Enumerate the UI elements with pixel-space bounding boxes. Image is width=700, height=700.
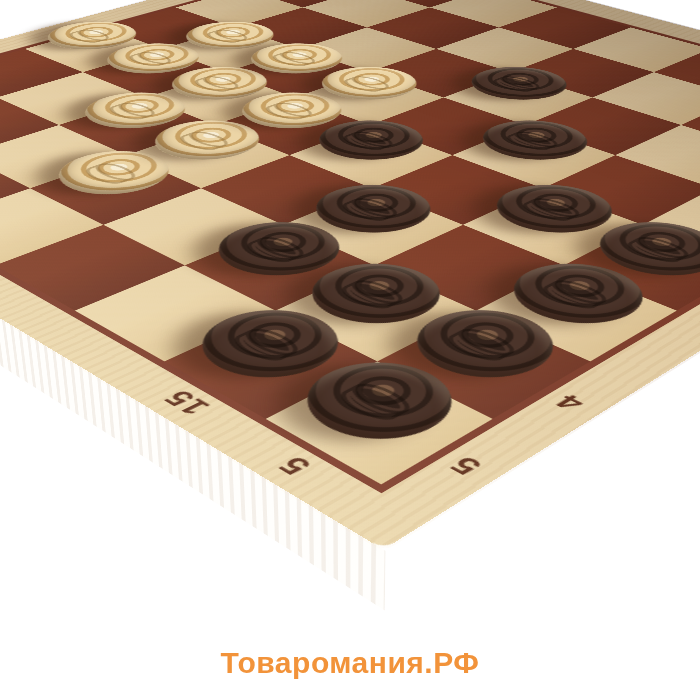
light-draughts-man-glyph: ⛀ [55,24,130,47]
product-photo: 15554 ⛀⛀⛀⛀⛀⛀⛀⛀⛀⛀⛂⛂⛂⛂⛂⛂⛂⛂⛂⛂⛂⛂ Товаромания… [0,0,700,700]
dark-draughts-man-glyph: ⛂ [318,368,440,433]
watermark-text: Товаромания.РФ [0,646,700,680]
light-draughts-man-glyph: ⛀ [258,46,335,71]
dark-draughts-man-glyph: ⛂ [506,188,602,228]
light-draughts-man-glyph: ⛀ [68,154,161,191]
photo-scene: 15554 ⛀⛀⛀⛀⛀⛀⛀⛀⛀⛀⛂⛂⛂⛂⛂⛂⛂⛂⛂⛂⛂⛂ [0,0,700,700]
dark-draughts-man-glyph: ⛂ [322,268,430,318]
dark-draughts-man-glyph: ⛂ [610,226,700,271]
dark-draughts-man-glyph: ⛂ [228,226,330,271]
light-draughts-man-glyph: ⛀ [163,123,251,156]
checker-piece-dark-e6: ⛂ [452,61,585,107]
light-draughts-man-glyph: ⛀ [193,24,267,47]
light-draughts-man-glyph: ⛀ [179,69,260,97]
dark-draughts-man-glyph: ⛂ [428,315,542,372]
light-draughts-man-glyph: ⛀ [329,69,409,97]
dark-draughts-man-glyph: ⛂ [479,69,558,97]
dark-draughts-man-glyph: ⛂ [213,315,328,372]
dark-draughts-man-glyph: ⛂ [327,123,414,156]
dark-draughts-man-glyph: ⛂ [491,123,578,156]
checker-piece-dark-f5: ⛂ [462,113,608,168]
light-draughts-man-glyph: ⛀ [250,95,334,125]
dark-draughts-man-glyph: ⛂ [325,188,422,228]
light-draughts-man-glyph: ⛀ [93,95,178,125]
dark-draughts-man-glyph: ⛂ [524,268,631,318]
checkers-board: 15554 ⛀⛀⛀⛀⛀⛀⛀⛀⛀⛀⛂⛂⛂⛂⛂⛂⛂⛂⛂⛂⛂⛂ [0,0,700,550]
light-draughts-man-glyph: ⛀ [114,46,191,71]
